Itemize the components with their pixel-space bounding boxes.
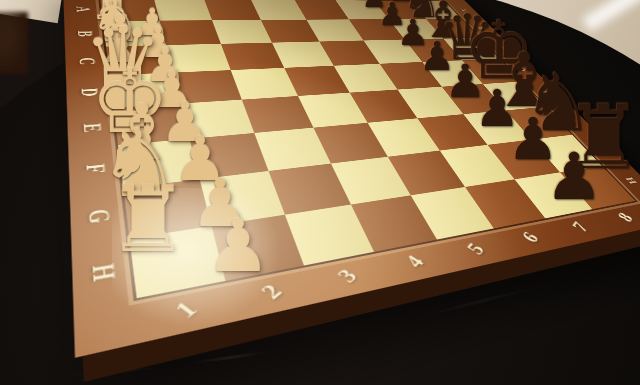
square-d2 bbox=[173, 70, 242, 103]
coordinate-label-c: C bbox=[53, 51, 120, 72]
coordinate-label-d: D bbox=[53, 80, 125, 105]
square-c2 bbox=[166, 44, 231, 73]
coordinate-label-b: B bbox=[53, 25, 116, 43]
scene: ABCDEFGH ABCDEFGH 12345678 12345678 ♜♞♝♛… bbox=[0, 0, 640, 385]
square-a2 bbox=[154, 0, 212, 21]
background-furniture-shadow bbox=[0, 12, 28, 74]
coordinate-label-a: A bbox=[53, 2, 113, 17]
floor-highlight bbox=[582, 0, 640, 32]
square-b2 bbox=[160, 20, 221, 45]
